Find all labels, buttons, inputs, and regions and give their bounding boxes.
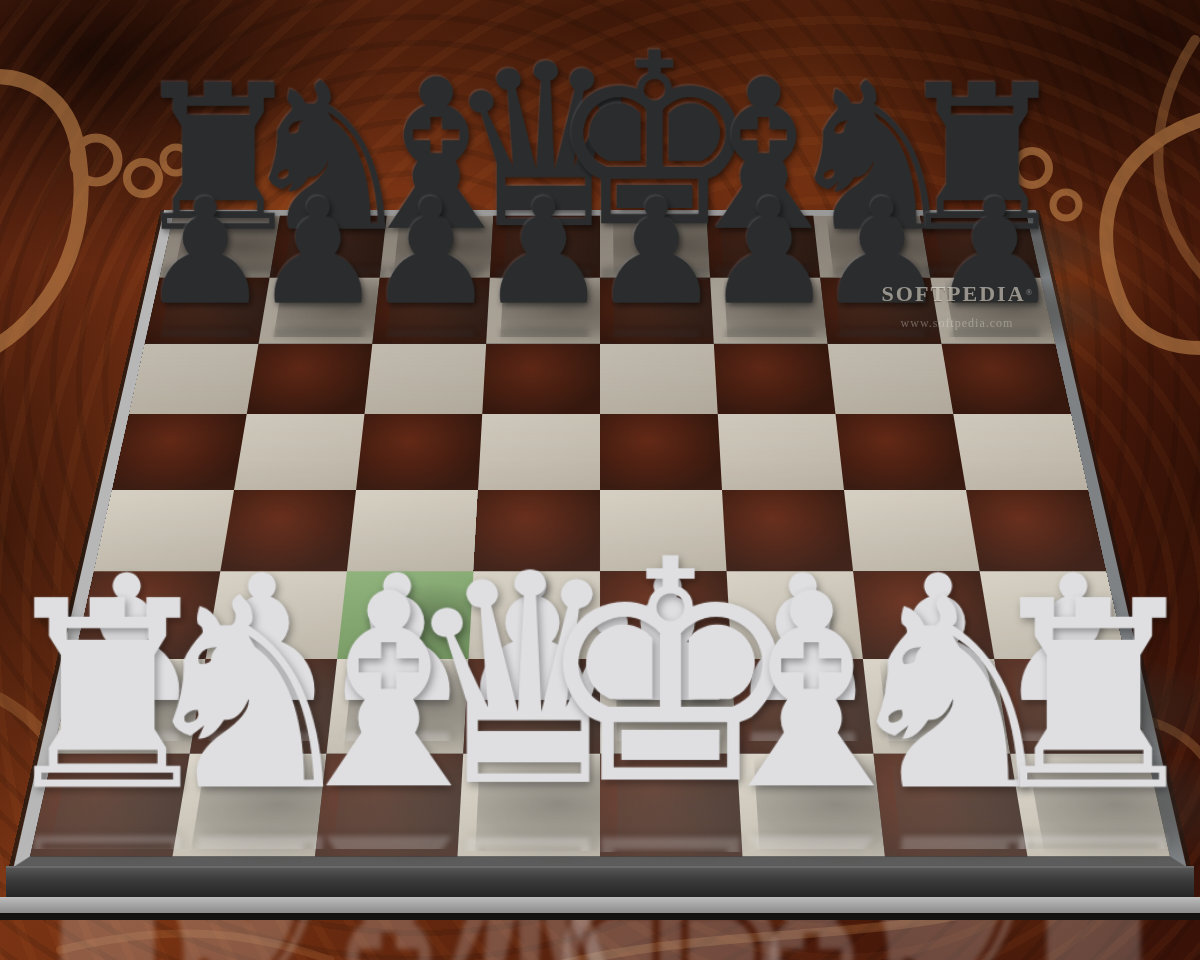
black-pawn-h7[interactable]: ♟ [875, 179, 1115, 325]
board-3d-tilt: ♜♞♝♛♚♝♞♜♟♟♟♟♟♟♟♟♟♟♟♟♟♟♟♟♜♞♝♛♚♝♞♜ [14, 210, 1187, 867]
board-scene: ♜♞♝♛♚♝♞♜♟♟♟♟♟♟♟♟♟♟♟♟♟♟♟♟♜♞♝♛♚♝♞♜ [100, 0, 1100, 960]
board-grid: ♜♞♝♛♚♝♞♜♟♟♟♟♟♟♟♟♟♟♟♟♟♟♟♟♜♞♝♛♚♝♞♜ [30, 216, 1170, 857]
square-f5[interactable] [718, 414, 844, 490]
square-e6[interactable] [600, 344, 718, 415]
square-h7[interactable]: ♟ [930, 278, 1055, 344]
square-b5[interactable] [234, 414, 364, 490]
square-g6[interactable] [828, 344, 954, 415]
square-h5[interactable] [953, 414, 1088, 490]
board-frame: ♜♞♝♛♚♝♞♜♟♟♟♟♟♟♟♟♟♟♟♟♟♟♟♟♜♞♝♛♚♝♞♜ [14, 210, 1187, 867]
flourish-swirl [0, 77, 81, 360]
square-e5[interactable] [600, 414, 722, 490]
square-b6[interactable] [247, 344, 373, 415]
white-rook-h1[interactable]: ♜ [943, 567, 1200, 827]
square-f6[interactable] [714, 344, 836, 415]
square-d6[interactable] [482, 344, 600, 415]
flourish-swirl [1158, 40, 1200, 300]
square-c5[interactable] [356, 414, 482, 490]
square-h6[interactable] [941, 344, 1071, 415]
square-h1[interactable]: ♜ [1010, 754, 1170, 857]
scene-background: ♜♞♝♛♚♝♞♜♟♟♟♟♟♟♟♟♟♟♟♟♟♟♟♟♜♞♝♛♚♝♞♜ SOFTPED… [0, 0, 1200, 960]
flourish-swirl [1106, 110, 1200, 348]
square-c6[interactable] [364, 344, 486, 415]
square-d5[interactable] [478, 414, 600, 490]
square-g5[interactable] [836, 414, 966, 490]
square-a5[interactable] [112, 414, 247, 490]
square-a6[interactable] [129, 344, 259, 415]
